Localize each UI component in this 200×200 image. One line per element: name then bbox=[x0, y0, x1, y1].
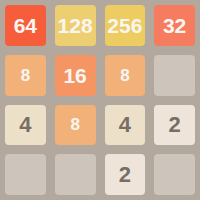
empty-cell bbox=[5, 154, 46, 195]
empty-cell bbox=[55, 154, 96, 195]
tile-64: 64 bbox=[5, 5, 46, 46]
tile-128: 128 bbox=[55, 5, 96, 46]
tile-16: 16 bbox=[55, 55, 96, 96]
game-board-2048[interactable]: 6412825632816848422 bbox=[0, 0, 200, 200]
empty-cell bbox=[154, 55, 195, 96]
tile-4: 4 bbox=[105, 105, 146, 146]
tile-8: 8 bbox=[105, 55, 146, 96]
tile-2: 2 bbox=[154, 105, 195, 146]
tile-256: 256 bbox=[105, 5, 146, 46]
tile-2: 2 bbox=[105, 154, 146, 195]
tile-32: 32 bbox=[154, 5, 195, 46]
empty-cell bbox=[154, 154, 195, 195]
tile-8: 8 bbox=[55, 105, 96, 146]
tile-8: 8 bbox=[5, 55, 46, 96]
tile-4: 4 bbox=[5, 105, 46, 146]
